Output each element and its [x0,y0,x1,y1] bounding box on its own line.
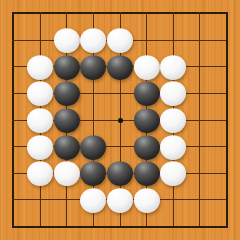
intersections: ●●●●●●●●●●●●●●●●●●●●●●●●●●●●●●● [0,0,240,240]
intersection-c8-r7[interactable] [187,160,214,187]
intersection-c3-r8[interactable] [53,187,80,214]
intersection-c8-r5[interactable] [187,107,214,134]
intersection-c4-r8[interactable]: ● [80,187,107,214]
intersection-c9-r1[interactable] [213,0,240,27]
white-stone: ● [80,187,106,213]
white-stone: ● [134,187,160,213]
intersection-c9-r7[interactable] [213,160,240,187]
intersection-c7-r8[interactable] [160,187,187,214]
intersection-c1-r5[interactable] [0,107,27,134]
intersection-c9-r2[interactable] [213,27,240,54]
intersection-c1-r6[interactable] [0,133,27,160]
intersection-c3-r9[interactable] [53,213,80,240]
intersection-c8-r4[interactable] [187,80,214,107]
intersection-c8-r3[interactable] [187,53,214,80]
intersection-c8-r6[interactable] [187,133,214,160]
intersection-c9-r4[interactable] [213,80,240,107]
intersection-c4-r9[interactable] [80,213,107,240]
intersection-c7-r7[interactable]: ● [160,160,187,187]
intersection-c1-r1[interactable] [0,0,27,27]
intersection-c1-r7[interactable] [0,160,27,187]
intersection-c5-r5[interactable] [107,107,134,134]
intersection-c7-r1[interactable] [160,0,187,27]
intersection-c4-r3[interactable]: ● [80,53,107,80]
intersection-c5-r4[interactable] [107,80,134,107]
intersection-c1-r8[interactable] [0,187,27,214]
intersection-c7-r9[interactable] [160,213,187,240]
intersection-c2-r1[interactable] [27,0,54,27]
white-stone: ● [107,187,133,213]
intersection-c4-r4[interactable] [80,80,107,107]
intersection-c9-r9[interactable] [213,213,240,240]
intersection-c2-r8[interactable] [27,187,54,214]
intersection-c8-r2[interactable] [187,27,214,54]
intersection-c9-r5[interactable] [213,107,240,134]
intersection-c9-r8[interactable] [213,187,240,214]
black-stone: ● [80,54,106,80]
intersection-c5-r3[interactable]: ● [107,53,134,80]
intersection-c8-r1[interactable] [187,0,214,27]
intersection-c1-r9[interactable] [0,213,27,240]
intersection-c9-r3[interactable] [213,53,240,80]
intersection-c6-r1[interactable] [133,0,160,27]
intersection-c5-r9[interactable] [107,213,134,240]
intersection-c1-r2[interactable] [0,27,27,54]
intersection-c1-r4[interactable] [0,80,27,107]
go-board: ●●●●●●●●●●●●●●●●●●●●●●●●●●●●●●● [0,0,240,240]
intersection-c2-r7[interactable]: ● [27,160,54,187]
intersection-c9-r6[interactable] [213,133,240,160]
white-stone: ● [27,160,53,186]
intersection-c8-r8[interactable] [187,187,214,214]
intersection-c8-r9[interactable] [187,213,214,240]
intersection-c3-r7[interactable]: ● [53,160,80,187]
black-stone: ● [107,54,133,80]
white-stone: ● [160,160,186,186]
intersection-c2-r9[interactable] [27,213,54,240]
intersection-c6-r9[interactable] [133,213,160,240]
intersection-c6-r8[interactable]: ● [133,187,160,214]
white-stone: ● [54,160,80,186]
intersection-c5-r8[interactable]: ● [107,187,134,214]
intersection-c1-r3[interactable] [0,53,27,80]
